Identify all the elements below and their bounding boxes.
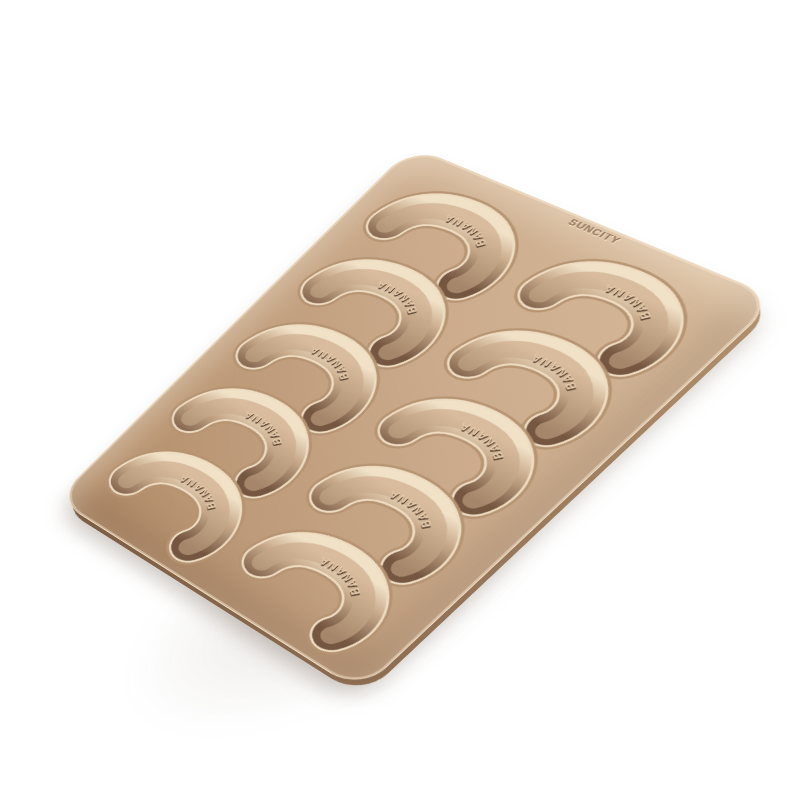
product-photo: BANANA BANANA SUNCITY	[0, 0, 800, 800]
